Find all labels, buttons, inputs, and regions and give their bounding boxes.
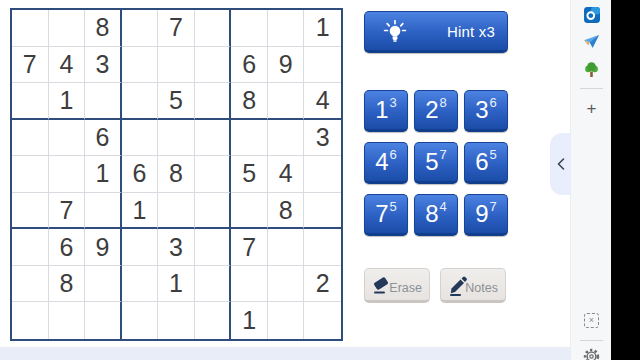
cell-r3c8[interactable]: [268, 83, 305, 120]
cell-r9c5[interactable]: [158, 302, 195, 339]
cell-r5c9[interactable]: [304, 156, 341, 193]
numpad-button-3[interactable]: 36: [464, 90, 508, 132]
cell-r9c9[interactable]: [304, 302, 341, 339]
numpad-digit: 8: [425, 200, 438, 228]
cell-r6c7[interactable]: [231, 193, 268, 230]
numpad-button-6[interactable]: 65: [464, 142, 508, 184]
cell-r7c9[interactable]: [304, 229, 341, 266]
numpad-remaining-count: 6: [390, 147, 397, 162]
cell-r3c5[interactable]: 5: [158, 83, 195, 120]
numpad-digit: 4: [375, 148, 388, 176]
numpad-digit: 3: [475, 96, 488, 124]
cell-r2c2[interactable]: 4: [49, 47, 86, 84]
cell-r3c6[interactable]: [195, 83, 232, 120]
numpad-remaining-count: 6: [490, 95, 497, 110]
cell-r7c2[interactable]: 6: [49, 229, 86, 266]
cell-r8c4[interactable]: [122, 266, 159, 303]
cell-r2c5[interactable]: [158, 47, 195, 84]
notes-button[interactable]: Notes: [440, 268, 506, 303]
cell-r9c7[interactable]: 1: [231, 302, 268, 339]
cell-r7c6[interactable]: [195, 229, 232, 266]
numpad-remaining-count: 5: [490, 147, 497, 162]
numpad-digit: 2: [425, 96, 438, 124]
numpad-button-9[interactable]: 97: [464, 194, 508, 236]
hint-label: Hint x3: [447, 23, 495, 40]
tree-icon[interactable]: [571, 61, 612, 78]
cell-r1c7[interactable]: [231, 10, 268, 47]
cell-r3c2[interactable]: 1: [49, 83, 86, 120]
cell-r1c5[interactable]: 7: [158, 10, 195, 47]
pencil-icon: [447, 275, 471, 297]
cell-r5c4[interactable]: 6: [122, 156, 159, 193]
cell-r6c5[interactable]: [158, 193, 195, 230]
cell-r4c5[interactable]: [158, 120, 195, 157]
cell-r7c5[interactable]: 3: [158, 229, 195, 266]
add-icon[interactable]: +: [571, 100, 612, 117]
cell-r6c6[interactable]: [195, 193, 232, 230]
cell-r4c8[interactable]: [268, 120, 305, 157]
numpad-remaining-count: 3: [390, 95, 397, 110]
cell-r2c4[interactable]: [122, 47, 159, 84]
cell-r7c7[interactable]: 7: [231, 229, 268, 266]
cell-r4c6[interactable]: [195, 120, 232, 157]
cell-r6c8[interactable]: 8: [268, 193, 305, 230]
sudoku-board: 871743691584631685471869378121: [10, 8, 343, 341]
outlook-icon[interactable]: [571, 7, 612, 23]
hint-button[interactable]: Hint x3: [364, 11, 508, 53]
numpad-button-8[interactable]: 84: [414, 194, 458, 236]
cell-r8c1[interactable]: [12, 266, 49, 303]
numpad-remaining-count: 8: [440, 95, 447, 110]
numpad-button-4[interactable]: 46: [364, 142, 408, 184]
sudoku-app-window: 871743691584631685471869378121 Hint x3 1…: [0, 0, 640, 360]
cell-r7c3[interactable]: 9: [85, 229, 122, 266]
cell-r5c7[interactable]: 5: [231, 156, 268, 193]
numpad-button-7[interactable]: 75: [364, 194, 408, 236]
cell-r2c3[interactable]: 3: [85, 47, 122, 84]
cell-r5c6[interactable]: [195, 156, 232, 193]
cell-r4c2[interactable]: [49, 120, 86, 157]
cell-r2c7[interactable]: 6: [231, 47, 268, 84]
cell-r7c4[interactable]: [122, 229, 159, 266]
numpad-digit: 6: [475, 148, 488, 176]
numpad-remaining-count: 5: [390, 199, 397, 214]
cell-r6c3[interactable]: [85, 193, 122, 230]
numpad-remaining-count: 7: [440, 147, 447, 162]
sidebar-divider-bottom: [580, 340, 603, 341]
cell-r6c9[interactable]: [304, 193, 341, 230]
chevron-left-icon: [556, 157, 566, 171]
cell-r2c6[interactable]: [195, 47, 232, 84]
sidebar-collapse-flap[interactable]: [550, 133, 571, 195]
erase-button[interactable]: Erase: [364, 268, 430, 303]
cell-r5c8[interactable]: 4: [268, 156, 305, 193]
cell-r9c3[interactable]: [85, 302, 122, 339]
cell-r8c3[interactable]: [85, 266, 122, 303]
numpad-button-2[interactable]: 28: [414, 90, 458, 132]
numpad-button-5[interactable]: 57: [414, 142, 458, 184]
cell-r6c4[interactable]: 1: [122, 193, 159, 230]
numpad-remaining-count: 4: [440, 199, 447, 214]
cell-r9c8[interactable]: [268, 302, 305, 339]
window-bottom-strip: [0, 347, 570, 360]
cell-r4c7[interactable]: [231, 120, 268, 157]
cell-r9c2[interactable]: [49, 302, 86, 339]
numpad-digit: 5: [425, 148, 438, 176]
cell-r8c7[interactable]: [231, 266, 268, 303]
cell-r7c8[interactable]: [268, 229, 305, 266]
cell-r1c3[interactable]: 8: [85, 10, 122, 47]
cell-r2c8[interactable]: 9: [268, 47, 305, 84]
screen-edge-black-area: [611, 0, 640, 360]
cell-r7c1[interactable]: [12, 229, 49, 266]
cell-r3c4[interactable]: [122, 83, 159, 120]
cell-r9c6[interactable]: [195, 302, 232, 339]
cell-r1c2[interactable]: [49, 10, 86, 47]
cell-r2c1[interactable]: 7: [12, 47, 49, 84]
cell-r2c9[interactable]: [304, 47, 341, 84]
cell-r5c5[interactable]: 8: [158, 156, 195, 193]
cell-r8c9[interactable]: 2: [304, 266, 341, 303]
numpad-remaining-count: 7: [490, 199, 497, 214]
paper-plane-icon[interactable]: [571, 34, 612, 49]
cell-r4c3[interactable]: 6: [85, 120, 122, 157]
cell-r9c1[interactable]: [12, 302, 49, 339]
cell-r1c1[interactable]: [12, 10, 49, 47]
cell-r3c7[interactable]: 8: [231, 83, 268, 120]
cell-r1c8[interactable]: [268, 10, 305, 47]
numpad-digit: 9: [475, 200, 488, 228]
cell-r3c1[interactable]: [12, 83, 49, 120]
cell-r4c9[interactable]: 3: [304, 120, 341, 157]
numpad-digit: 7: [375, 200, 388, 228]
cell-r5c2[interactable]: [49, 156, 86, 193]
settings-gear-icon[interactable]: [571, 348, 612, 360]
select-glyph: ×: [584, 313, 599, 328]
sidebar-divider: [580, 88, 603, 89]
cell-r8c2[interactable]: 8: [49, 266, 86, 303]
cell-r9c4[interactable]: [122, 302, 159, 339]
cell-r5c1[interactable]: [12, 156, 49, 193]
cell-r1c4[interactable]: [122, 10, 159, 47]
cell-r8c5[interactable]: 1: [158, 266, 195, 303]
cell-r6c1[interactable]: [12, 193, 49, 230]
screenshot-select-icon[interactable]: ×: [571, 313, 612, 328]
cell-r8c6[interactable]: [195, 266, 232, 303]
cell-r6c2[interactable]: 7: [49, 193, 86, 230]
eraser-icon: [371, 275, 395, 297]
edge-sidebar: + ×: [570, 0, 611, 360]
cell-r1c9[interactable]: 1: [304, 10, 341, 47]
numpad-digit: 1: [375, 96, 388, 124]
cell-r4c4[interactable]: [122, 120, 159, 157]
cell-r5c3[interactable]: 1: [85, 156, 122, 193]
numpad-button-1[interactable]: 13: [364, 90, 408, 132]
cell-r4c1[interactable]: [12, 120, 49, 157]
cell-r3c3[interactable]: [85, 83, 122, 120]
cell-r8c8[interactable]: [268, 266, 305, 303]
lightbulb-icon: [382, 20, 408, 51]
cell-r3c9[interactable]: 4: [304, 83, 341, 120]
cell-r1c6[interactable]: [195, 10, 232, 47]
